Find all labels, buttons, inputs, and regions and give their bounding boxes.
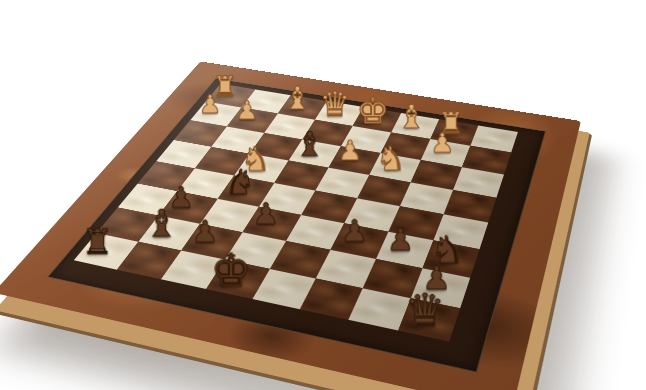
square-c3[interactable]: ♞ bbox=[369, 153, 421, 182]
chess-board: ♜♝♛♚♝♜♟♟♟♝♟♞♞♞♟♟♟♟♞♝♟♟♜♚♛ bbox=[74, 84, 518, 342]
piece-white-rook: ♜ bbox=[206, 67, 244, 105]
piece-white-rook: ♜ bbox=[431, 103, 472, 144]
square-a1[interactable] bbox=[470, 126, 518, 153]
chess-photo-scene: ♜♝♛♚♝♜♟♟♟♝♟♞♞♞♟♟♟♟♞♝♟♟♜♚♛ bbox=[0, 0, 646, 390]
square-a8[interactable]: ♛ bbox=[398, 298, 460, 341]
square-h6[interactable] bbox=[118, 184, 177, 216]
piece-black-pawn: ♟ bbox=[411, 254, 461, 304]
